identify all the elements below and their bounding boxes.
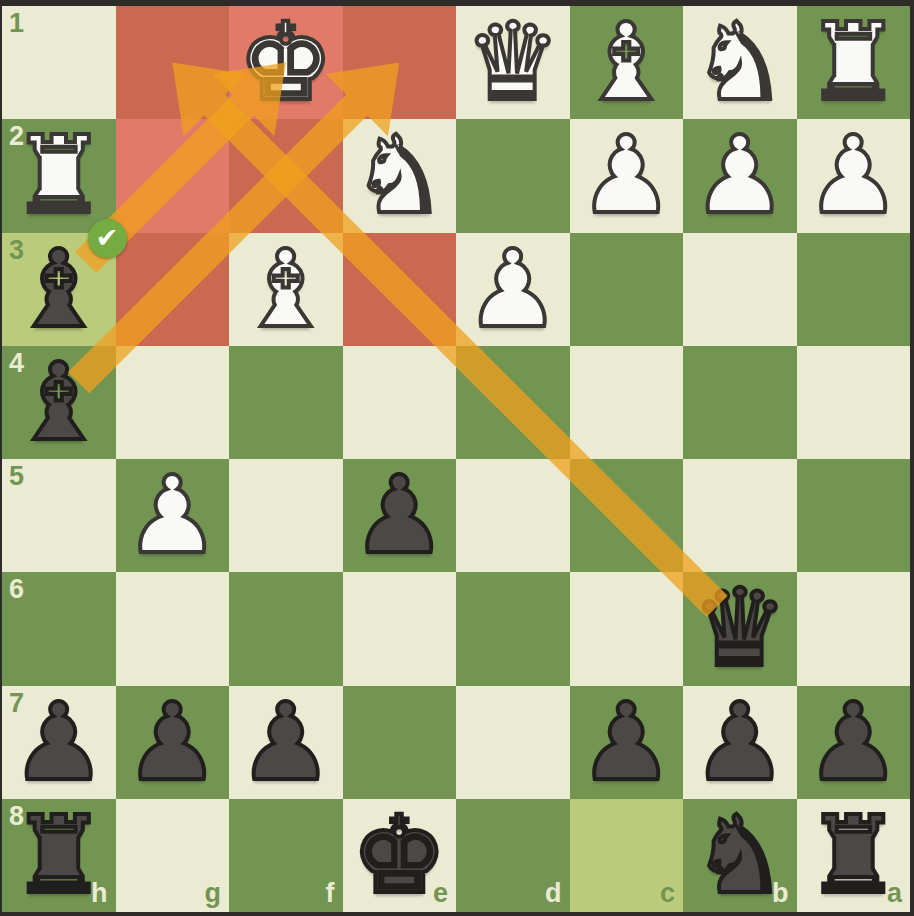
square-a1[interactable]: ♜ [797,6,911,119]
piece-black-pawn-b7[interactable]: ♟ [683,686,797,799]
piece-black-bishop-h3[interactable]: ♝ [2,233,116,346]
square-f5[interactable] [229,459,343,572]
square-h4[interactable]: 4♝ [2,346,116,459]
square-c2[interactable]: ♟ [570,119,684,232]
square-a2[interactable]: ♟ [797,119,911,232]
piece-black-bishop-h4[interactable]: ♝ [2,346,116,459]
square-b8[interactable]: b♞ [683,799,797,912]
square-g7[interactable]: ♟ [116,686,230,799]
square-a5[interactable] [797,459,911,572]
square-d8[interactable]: d [456,799,570,912]
square-b6[interactable]: ♛ [683,572,797,685]
square-g4[interactable] [116,346,230,459]
square-b4[interactable] [683,346,797,459]
piece-white-bishop-f3[interactable]: ♝ [229,233,343,346]
piece-white-bishop-c1[interactable]: ♝ [570,6,684,119]
square-d6[interactable] [456,572,570,685]
square-c3[interactable] [570,233,684,346]
file-label-f: f [326,880,335,907]
square-b1[interactable]: ♞ [683,6,797,119]
square-c8[interactable]: c [570,799,684,912]
square-f2[interactable] [229,119,343,232]
piece-white-pawn-c2[interactable]: ♟ [570,119,684,232]
square-f8[interactable]: f [229,799,343,912]
page-background: 1♚♛♝♞♜2♜♞♟♟♟3♝♝♟4♝5♟♟6♛7♟♟♟♟♟♟8h♜gfe♚dcb… [0,0,914,916]
square-h7[interactable]: 7♟ [2,686,116,799]
piece-white-knight-b1[interactable]: ♞ [683,6,797,119]
square-d5[interactable] [456,459,570,572]
square-a7[interactable]: ♟ [797,686,911,799]
piece-black-knight-b8[interactable]: ♞ [683,799,797,912]
piece-black-pawn-f7[interactable]: ♟ [229,686,343,799]
square-e3[interactable] [343,233,457,346]
square-c7[interactable]: ♟ [570,686,684,799]
piece-black-pawn-g7[interactable]: ♟ [116,686,230,799]
rank-label-1: 1 [9,10,24,37]
square-h2[interactable]: 2♜ [2,119,116,232]
piece-black-pawn-e5[interactable]: ♟ [343,459,457,572]
rank-label-6: 6 [9,576,24,603]
piece-white-king-f1[interactable]: ♚ [229,6,343,119]
square-h5[interactable]: 5 [2,459,116,572]
square-b3[interactable] [683,233,797,346]
piece-white-rook-a1[interactable]: ♜ [797,6,911,119]
square-h3[interactable]: 3♝ [2,233,116,346]
chess-board: 1♚♛♝♞♜2♜♞♟♟♟3♝♝♟4♝5♟♟6♛7♟♟♟♟♟♟8h♜gfe♚dcb… [2,6,910,912]
square-a6[interactable] [797,572,911,685]
square-e4[interactable] [343,346,457,459]
piece-white-queen-d1[interactable]: ♛ [456,6,570,119]
square-c4[interactable] [570,346,684,459]
square-f3[interactable]: ♝ [229,233,343,346]
square-a3[interactable] [797,233,911,346]
rank-label-5: 5 [9,463,24,490]
piece-black-pawn-a7[interactable]: ♟ [797,686,911,799]
square-c5[interactable] [570,459,684,572]
square-g5[interactable]: ♟ [116,459,230,572]
square-h1[interactable]: 1 [2,6,116,119]
piece-black-pawn-c7[interactable]: ♟ [570,686,684,799]
square-d7[interactable] [456,686,570,799]
square-a8[interactable]: a♜ [797,799,911,912]
square-d2[interactable] [456,119,570,232]
piece-white-pawn-a2[interactable]: ♟ [797,119,911,232]
square-e2[interactable]: ♞ [343,119,457,232]
piece-white-pawn-g5[interactable]: ♟ [116,459,230,572]
piece-white-knight-e2[interactable]: ♞ [343,119,457,232]
square-f1[interactable]: ♚ [229,6,343,119]
square-d1[interactable]: ♛ [456,6,570,119]
piece-white-pawn-b2[interactable]: ♟ [683,119,797,232]
square-e8[interactable]: e♚ [343,799,457,912]
square-b7[interactable]: ♟ [683,686,797,799]
square-g1[interactable] [116,6,230,119]
piece-black-rook-h8[interactable]: ♜ [2,799,116,912]
square-b2[interactable]: ♟ [683,119,797,232]
square-d3[interactable]: ♟ [456,233,570,346]
square-h8[interactable]: 8h♜ [2,799,116,912]
piece-black-rook-a8[interactable]: ♜ [797,799,911,912]
square-g3[interactable] [116,233,230,346]
square-g8[interactable]: g [116,799,230,912]
square-f6[interactable] [229,572,343,685]
piece-black-king-e8[interactable]: ♚ [343,799,457,912]
square-e1[interactable] [343,6,457,119]
square-e6[interactable] [343,572,457,685]
file-label-d: d [545,880,562,907]
piece-black-pawn-h7[interactable]: ♟ [2,686,116,799]
square-f7[interactable]: ♟ [229,686,343,799]
square-b5[interactable] [683,459,797,572]
file-label-c: c [660,880,675,907]
square-f4[interactable] [229,346,343,459]
square-e7[interactable] [343,686,457,799]
square-d4[interactable] [456,346,570,459]
square-g2[interactable] [116,119,230,232]
square-g6[interactable] [116,572,230,685]
square-a4[interactable] [797,346,911,459]
piece-white-pawn-d3[interactable]: ♟ [456,233,570,346]
piece-black-queen-b6[interactable]: ♛ [683,572,797,685]
square-c6[interactable] [570,572,684,685]
square-h6[interactable]: 6 [2,572,116,685]
square-c1[interactable]: ♝ [570,6,684,119]
square-e5[interactable]: ♟ [343,459,457,572]
file-label-g: g [205,880,222,907]
piece-white-rook-h2[interactable]: ♜ [2,119,116,232]
